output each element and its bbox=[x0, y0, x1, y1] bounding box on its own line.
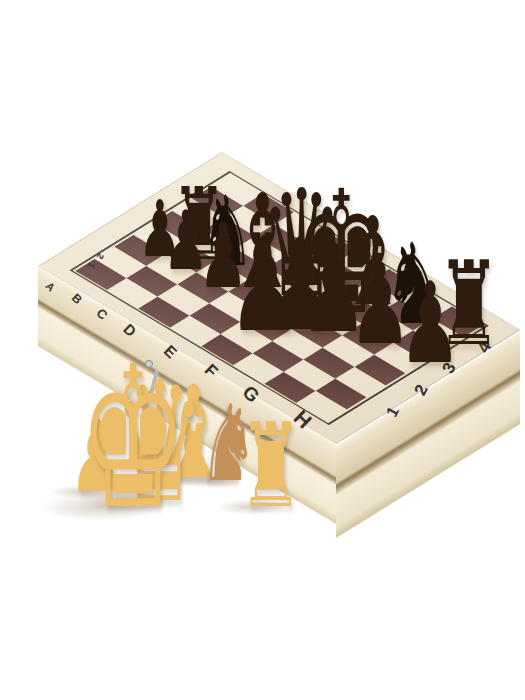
chess-set-photo: ABCDEFGH121234 ♟♜♞♟♟♝♛♝♚♞♟♟♟♟♜♟♝♞♟♛♜♚ bbox=[0, 0, 525, 700]
dark-pawn-h7: ♟ bbox=[399, 267, 461, 379]
light-king: ♚ bbox=[78, 340, 187, 536]
light-rook: ♜ bbox=[239, 408, 303, 524]
